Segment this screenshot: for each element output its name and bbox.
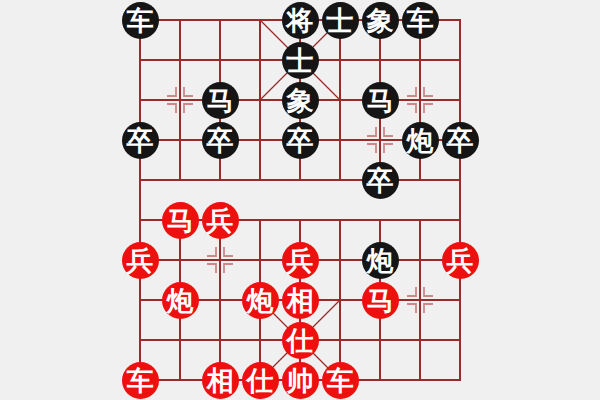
piece-red-soldier[interactable]: 兵 [202,202,239,239]
xiangqi-board[interactable]: 车将士象车士马象马卒卒卒炮卒卒马兵兵兵炮兵炮炮相马仕车相仕帅车 [120,0,480,400]
piece-red-soldier[interactable]: 兵 [442,242,479,279]
piece-red-general[interactable]: 帅 [282,362,319,399]
piece-black-horse[interactable]: 马 [202,82,239,119]
piece-black-soldier[interactable]: 卒 [442,122,479,159]
piece-red-soldier[interactable]: 兵 [122,242,159,279]
piece-black-soldier[interactable]: 卒 [202,122,239,159]
piece-black-advisor[interactable]: 士 [322,2,359,39]
piece-red-cannon[interactable]: 炮 [242,282,279,319]
piece-black-general[interactable]: 将 [282,2,319,39]
piece-black-chariot[interactable]: 车 [122,2,159,39]
piece-red-horse[interactable]: 马 [362,282,399,319]
piece-red-horse[interactable]: 马 [162,202,199,239]
piece-red-advisor[interactable]: 仕 [282,322,319,359]
xiangqi-diagram: 车将士象车士马象马卒卒卒炮卒卒马兵兵兵炮兵炮炮相马仕车相仕帅车 [0,0,600,400]
piece-red-advisor[interactable]: 仕 [242,362,279,399]
piece-red-soldier[interactable]: 兵 [282,242,319,279]
piece-black-soldier[interactable]: 卒 [282,122,319,159]
piece-black-advisor[interactable]: 士 [282,42,319,79]
piece-black-cannon[interactable]: 炮 [402,122,439,159]
piece-black-chariot[interactable]: 车 [402,2,439,39]
piece-red-cannon[interactable]: 炮 [162,282,199,319]
piece-black-cannon[interactable]: 炮 [362,242,399,279]
piece-red-chariot[interactable]: 车 [322,362,359,399]
piece-black-soldier[interactable]: 卒 [122,122,159,159]
piece-black-elephant[interactable]: 象 [362,2,399,39]
piece-red-elephant[interactable]: 相 [202,362,239,399]
piece-black-soldier[interactable]: 卒 [362,162,399,199]
piece-black-elephant[interactable]: 象 [282,82,319,119]
piece-red-elephant[interactable]: 相 [282,282,319,319]
piece-red-chariot[interactable]: 车 [122,362,159,399]
piece-black-horse[interactable]: 马 [362,82,399,119]
